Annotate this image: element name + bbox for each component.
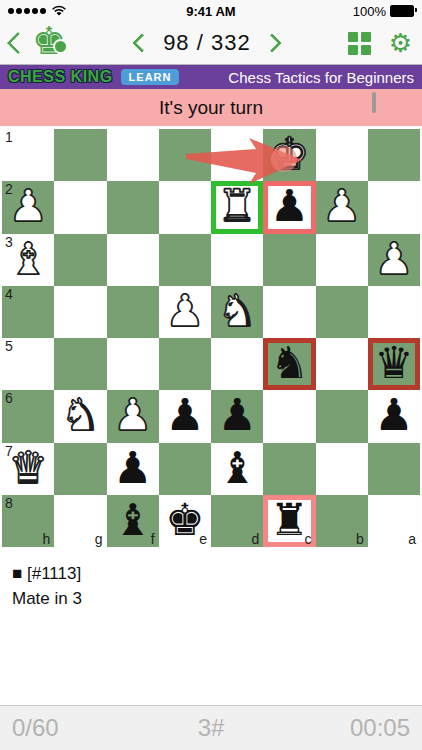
square-c4[interactable] [263,286,315,338]
square-e3[interactable] [159,234,211,286]
square-c1[interactable]: ♚ [263,129,315,181]
black-bishop: ♝ [113,494,152,546]
black-pawn: ♟ [374,389,413,441]
square-g8[interactable]: g [54,495,106,547]
rank-label: 2 [5,182,13,196]
black-pawn: ♟ [217,389,256,441]
square-e5[interactable] [159,338,211,390]
square-g2[interactable] [54,181,106,233]
next-puzzle-button[interactable] [262,33,282,53]
brand-name: CHESS KING [8,68,113,86]
board-container: 1♚2♟♜♟♟3♝♟4♟♞5♞♛6♞♟♟♟♟7♛♟♝8hgf♝e♚dc♜ba [2,129,420,547]
rank-label: 8 [5,496,13,510]
square-b4[interactable] [316,286,368,338]
square-g1[interactable] [54,129,106,181]
square-a3[interactable]: ♟ [368,234,420,286]
square-d3[interactable] [211,234,263,286]
square-c8[interactable]: c♜ [263,495,315,547]
square-h5[interactable]: 5 [2,338,54,390]
white-knight: ♞ [217,285,256,337]
white-queen: ♛ [8,442,47,494]
square-d6[interactable]: ♟ [211,390,263,442]
square-d4[interactable]: ♞ [211,286,263,338]
rank-label: 1 [5,130,13,144]
white-pawn: ♟ [322,180,361,232]
square-e7[interactable] [159,443,211,495]
square-a5[interactable]: ♛ [368,338,420,390]
square-c5[interactable]: ♞ [263,338,315,390]
file-label: g [95,532,103,547]
square-d8[interactable]: d [211,495,263,547]
nav-bar: ♚ 98 / 332 ⚙ [0,22,422,65]
square-g5[interactable] [54,338,106,390]
black-pawn: ♟ [270,180,309,232]
black-bishop: ♝ [217,442,256,494]
chess-board[interactable]: 1♚2♟♜♟♟3♝♟4♟♞5♞♛6♞♟♟♟♟7♛♟♝8hgf♝e♚dc♜ba [2,129,420,547]
square-h3[interactable]: 3♝ [2,234,54,286]
file-label: c [305,532,312,547]
square-b5[interactable] [316,338,368,390]
rank-label: 4 [5,287,13,301]
footer-bar: 0/60 3# 00:05 [0,705,422,750]
brand-bar: CHESS KING LEARN Chess Tactics for Begin… [0,65,422,89]
square-e8[interactable]: e♚ [159,495,211,547]
square-c2[interactable]: ♟ [263,181,315,233]
square-g4[interactable] [54,286,106,338]
square-c3[interactable] [263,234,315,286]
wifi-icon [51,5,67,17]
white-bishop: ♝ [8,233,47,285]
square-h7[interactable]: 7♛ [2,443,54,495]
signal-strength-icon [8,8,46,14]
square-h2[interactable]: 2♟ [2,181,54,233]
puzzle-goal: Mate in 3 [12,586,422,611]
course-title: Chess Tactics for Beginners [228,69,414,86]
file-label: e [199,532,207,547]
file-label: b [356,532,364,547]
square-b6[interactable] [316,390,368,442]
previous-puzzle-button[interactable] [132,33,152,53]
turn-banner-text: It's your turn [159,97,263,119]
black-pawn: ♟ [113,442,152,494]
square-b8[interactable]: b [316,495,368,547]
file-label: h [42,532,50,547]
square-a7[interactable] [368,443,420,495]
square-h8[interactable]: 8h [2,495,54,547]
square-d2[interactable]: ♜ [211,181,263,233]
black-rook: ♜ [270,494,309,546]
black-knight: ♞ [270,337,309,389]
rank-label: 3 [5,235,13,249]
square-a2[interactable] [368,181,420,233]
computer-opponent-icon [372,94,410,120]
battery-percent: 100% [353,4,386,19]
battery-icon [390,5,414,17]
puzzle-info: ■ [#1113] Mate in 3 [12,561,422,611]
white-pawn: ♟ [8,180,47,232]
file-label: d [251,532,259,547]
square-b1[interactable] [316,129,368,181]
score-counter: 0/60 [12,714,59,742]
puzzle-id: ■ [#1113] [12,561,422,586]
rank-label: 7 [5,444,13,458]
square-f6[interactable]: ♟ [107,390,159,442]
black-pawn: ♟ [165,389,204,441]
square-f8[interactable]: f♝ [107,495,159,547]
square-h4[interactable]: 4 [2,286,54,338]
square-e6[interactable]: ♟ [159,390,211,442]
square-b2[interactable]: ♟ [316,181,368,233]
square-g3[interactable] [54,234,106,286]
white-pawn: ♟ [165,285,204,337]
square-f3[interactable] [107,234,159,286]
white-pawn: ♟ [113,389,152,441]
square-g7[interactable] [54,443,106,495]
square-g6[interactable]: ♞ [54,390,106,442]
white-king: ♚ [270,128,309,180]
square-b3[interactable] [316,234,368,286]
grid-icon[interactable] [348,32,371,55]
square-e2[interactable] [159,181,211,233]
square-f1[interactable] [107,129,159,181]
white-knight: ♞ [61,389,100,441]
square-f2[interactable] [107,181,159,233]
square-f7[interactable]: ♟ [107,443,159,495]
square-c7[interactable] [263,443,315,495]
file-label: a [408,532,416,547]
square-a4[interactable] [368,286,420,338]
square-e4[interactable]: ♟ [159,286,211,338]
white-pawn: ♟ [374,233,413,285]
back-button[interactable] [7,32,30,55]
black-queen: ♛ [374,337,413,389]
white-rook: ♜ [217,180,256,232]
square-c6[interactable] [263,390,315,442]
square-b7[interactable] [316,443,368,495]
square-f5[interactable] [107,338,159,390]
turn-banner: It's your turn [0,89,422,126]
square-f4[interactable] [107,286,159,338]
square-a8[interactable]: a [368,495,420,547]
square-d1[interactable] [211,129,263,181]
chess-king-logo[interactable]: ♚ [32,22,66,60]
square-d7[interactable]: ♝ [211,443,263,495]
rank-label: 5 [5,339,13,353]
square-a1[interactable] [368,129,420,181]
learn-badge: LEARN [121,69,180,85]
file-label: f [151,532,155,547]
logo-smile-icon [53,39,68,54]
square-d5[interactable] [211,338,263,390]
signal-wifi [8,5,67,17]
gear-icon[interactable]: ⚙ [389,30,412,56]
square-h6[interactable]: 6 [2,390,54,442]
puzzle-counter: 98 / 332 [163,30,251,56]
square-e1[interactable] [159,129,211,181]
rank-label: 6 [5,391,13,405]
square-a6[interactable]: ♟ [368,390,420,442]
square-h1[interactable]: 1 [2,129,54,181]
timer: 00:05 [350,714,410,742]
